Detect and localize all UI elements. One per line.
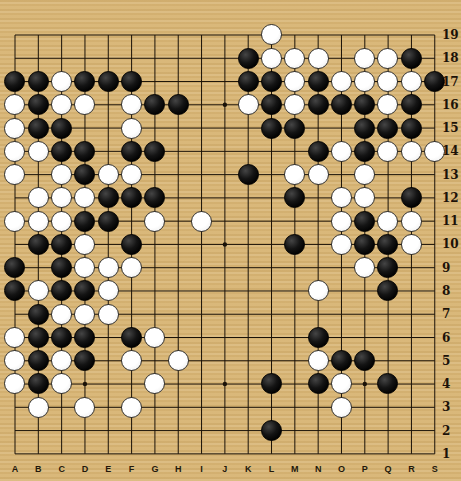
intersection-K4[interactable] — [236, 372, 259, 395]
intersection-C7[interactable] — [50, 303, 73, 326]
intersection-R9[interactable] — [400, 256, 423, 279]
intersection-H16[interactable] — [167, 93, 190, 116]
intersection-M19[interactable] — [283, 23, 306, 46]
intersection-L17[interactable] — [260, 70, 283, 93]
stone-black[interactable] — [4, 257, 25, 278]
stone-white[interactable] — [74, 397, 95, 418]
intersection-L19[interactable] — [260, 23, 283, 46]
intersection-N8[interactable] — [306, 279, 329, 302]
intersection-R11[interactable] — [400, 209, 423, 232]
intersection-F10[interactable] — [120, 233, 143, 256]
intersection-J5[interactable] — [213, 349, 236, 372]
intersection-D19[interactable] — [73, 23, 96, 46]
intersection-O9[interactable] — [330, 256, 353, 279]
stone-white[interactable] — [401, 211, 422, 232]
stone-black[interactable] — [401, 187, 422, 208]
stone-black[interactable] — [284, 118, 305, 139]
intersection-K5[interactable] — [236, 349, 259, 372]
stone-black[interactable] — [74, 71, 95, 92]
intersection-C3[interactable] — [50, 396, 73, 419]
intersection-L8[interactable] — [260, 279, 283, 302]
stone-white[interactable] — [331, 373, 352, 394]
intersection-O5[interactable] — [330, 349, 353, 372]
intersection-N15[interactable] — [306, 116, 329, 139]
stone-black[interactable] — [28, 94, 49, 115]
stone-white[interactable] — [51, 211, 72, 232]
stone-black[interactable] — [98, 71, 119, 92]
stone-white[interactable] — [308, 280, 329, 301]
intersection-G14[interactable] — [143, 140, 166, 163]
stone-white[interactable] — [401, 71, 422, 92]
intersection-R15[interactable] — [400, 116, 423, 139]
intersection-Q12[interactable] — [376, 186, 399, 209]
intersection-E10[interactable] — [97, 233, 120, 256]
stone-black[interactable] — [74, 211, 95, 232]
intersection-P11[interactable] — [353, 209, 376, 232]
stone-white[interactable] — [354, 257, 375, 278]
intersection-P15[interactable] — [353, 116, 376, 139]
intersection-N9[interactable] — [306, 256, 329, 279]
intersection-M7[interactable] — [283, 303, 306, 326]
intersection-P13[interactable] — [353, 163, 376, 186]
intersection-R1[interactable] — [400, 442, 423, 465]
intersection-N19[interactable] — [306, 23, 329, 46]
stone-white[interactable] — [51, 373, 72, 394]
intersection-K12[interactable] — [236, 186, 259, 209]
intersection-M6[interactable] — [283, 326, 306, 349]
intersection-C12[interactable] — [50, 186, 73, 209]
intersection-G16[interactable] — [143, 93, 166, 116]
intersection-I3[interactable] — [190, 396, 213, 419]
intersection-C11[interactable] — [50, 209, 73, 232]
intersection-E8[interactable] — [97, 279, 120, 302]
intersection-K9[interactable] — [236, 256, 259, 279]
stone-white[interactable] — [98, 257, 119, 278]
intersection-I8[interactable] — [190, 279, 213, 302]
stone-black[interactable] — [121, 234, 142, 255]
intersection-J13[interactable] — [213, 163, 236, 186]
stone-white[interactable] — [121, 350, 142, 371]
intersection-O12[interactable] — [330, 186, 353, 209]
intersection-A4[interactable] — [3, 372, 26, 395]
intersection-G17[interactable] — [143, 70, 166, 93]
stone-black[interactable] — [4, 280, 25, 301]
intersection-I17[interactable] — [190, 70, 213, 93]
intersection-N3[interactable] — [306, 396, 329, 419]
intersection-O11[interactable] — [330, 209, 353, 232]
intersection-K18[interactable] — [236, 47, 259, 70]
intersection-B1[interactable] — [27, 442, 50, 465]
intersection-J14[interactable] — [213, 140, 236, 163]
intersection-C2[interactable] — [50, 419, 73, 442]
stone-white[interactable] — [144, 211, 165, 232]
intersection-J10[interactable] — [213, 233, 236, 256]
stone-black[interactable] — [238, 48, 259, 69]
stone-white[interactable] — [74, 304, 95, 325]
intersection-J17[interactable] — [213, 70, 236, 93]
intersection-N16[interactable] — [306, 93, 329, 116]
stone-white[interactable] — [74, 257, 95, 278]
intersection-E6[interactable] — [97, 326, 120, 349]
stone-white[interactable] — [74, 187, 95, 208]
stone-white[interactable] — [261, 24, 282, 45]
intersection-J16[interactable] — [213, 93, 236, 116]
intersection-A1[interactable] — [3, 442, 26, 465]
intersection-N5[interactable] — [306, 349, 329, 372]
intersection-J12[interactable] — [213, 186, 236, 209]
intersection-I1[interactable] — [190, 442, 213, 465]
intersection-Q13[interactable] — [376, 163, 399, 186]
intersection-A2[interactable] — [3, 419, 26, 442]
intersection-P17[interactable] — [353, 70, 376, 93]
intersection-L7[interactable] — [260, 303, 283, 326]
intersection-N14[interactable] — [306, 140, 329, 163]
intersection-G5[interactable] — [143, 349, 166, 372]
stone-black[interactable] — [308, 141, 329, 162]
intersection-F19[interactable] — [120, 23, 143, 46]
stone-black[interactable] — [284, 187, 305, 208]
intersection-L5[interactable] — [260, 349, 283, 372]
stone-black[interactable] — [261, 373, 282, 394]
stone-black[interactable] — [98, 187, 119, 208]
intersection-H17[interactable] — [167, 70, 190, 93]
intersection-N12[interactable] — [306, 186, 329, 209]
intersection-P4[interactable] — [353, 372, 376, 395]
stone-white[interactable] — [4, 350, 25, 371]
stone-white[interactable] — [121, 164, 142, 185]
stone-white[interactable] — [238, 94, 259, 115]
intersection-E12[interactable] — [97, 186, 120, 209]
intersection-A3[interactable] — [3, 396, 26, 419]
intersection-K7[interactable] — [236, 303, 259, 326]
intersection-B18[interactable] — [27, 47, 50, 70]
intersection-D9[interactable] — [73, 256, 96, 279]
stone-black[interactable] — [331, 350, 352, 371]
intersection-O4[interactable] — [330, 372, 353, 395]
intersection-A8[interactable] — [3, 279, 26, 302]
stone-black[interactable] — [284, 234, 305, 255]
intersection-J8[interactable] — [213, 279, 236, 302]
intersection-O16[interactable] — [330, 93, 353, 116]
intersection-R5[interactable] — [400, 349, 423, 372]
stone-black[interactable] — [28, 350, 49, 371]
intersection-L14[interactable] — [260, 140, 283, 163]
intersection-D3[interactable] — [73, 396, 96, 419]
intersection-E11[interactable] — [97, 209, 120, 232]
intersection-F1[interactable] — [120, 442, 143, 465]
intersection-J18[interactable] — [213, 47, 236, 70]
intersection-R7[interactable] — [400, 303, 423, 326]
intersection-F6[interactable] — [120, 326, 143, 349]
stone-white[interactable] — [331, 71, 352, 92]
intersection-N18[interactable] — [306, 47, 329, 70]
intersection-F9[interactable] — [120, 256, 143, 279]
intersection-M13[interactable] — [283, 163, 306, 186]
intersection-O15[interactable] — [330, 116, 353, 139]
intersection-N7[interactable] — [306, 303, 329, 326]
intersection-Q19[interactable] — [376, 23, 399, 46]
intersection-B16[interactable] — [27, 93, 50, 116]
intersection-H10[interactable] — [167, 233, 190, 256]
intersection-H18[interactable] — [167, 47, 190, 70]
intersection-I15[interactable] — [190, 116, 213, 139]
intersection-D6[interactable] — [73, 326, 96, 349]
intersection-C16[interactable] — [50, 93, 73, 116]
intersection-Q14[interactable] — [376, 140, 399, 163]
intersection-Q7[interactable] — [376, 303, 399, 326]
intersection-N11[interactable] — [306, 209, 329, 232]
intersection-C19[interactable] — [50, 23, 73, 46]
intersection-E16[interactable] — [97, 93, 120, 116]
intersection-Q10[interactable] — [376, 233, 399, 256]
intersection-M9[interactable] — [283, 256, 306, 279]
stone-black[interactable] — [74, 141, 95, 162]
stone-black[interactable] — [238, 164, 259, 185]
stone-white[interactable] — [4, 141, 25, 162]
intersection-B4[interactable] — [27, 372, 50, 395]
intersection-A7[interactable] — [3, 303, 26, 326]
intersection-I19[interactable] — [190, 23, 213, 46]
stone-white[interactable] — [51, 71, 72, 92]
intersection-Q3[interactable] — [376, 396, 399, 419]
intersection-P7[interactable] — [353, 303, 376, 326]
stone-white[interactable] — [144, 373, 165, 394]
stone-black[interactable] — [51, 257, 72, 278]
intersection-F4[interactable] — [120, 372, 143, 395]
intersection-J15[interactable] — [213, 116, 236, 139]
stone-black[interactable] — [308, 94, 329, 115]
intersection-J3[interactable] — [213, 396, 236, 419]
intersection-K16[interactable] — [236, 93, 259, 116]
intersection-L1[interactable] — [260, 442, 283, 465]
stone-white[interactable] — [74, 234, 95, 255]
intersection-K1[interactable] — [236, 442, 259, 465]
stone-black[interactable] — [121, 327, 142, 348]
intersection-F12[interactable] — [120, 186, 143, 209]
intersection-E18[interactable] — [97, 47, 120, 70]
stone-white[interactable] — [28, 141, 49, 162]
stone-black[interactable] — [354, 211, 375, 232]
intersection-M14[interactable] — [283, 140, 306, 163]
intersection-B12[interactable] — [27, 186, 50, 209]
intersection-Q4[interactable] — [376, 372, 399, 395]
stone-black[interactable] — [28, 71, 49, 92]
intersection-A9[interactable] — [3, 256, 26, 279]
intersection-O1[interactable] — [330, 442, 353, 465]
intersection-L4[interactable] — [260, 372, 283, 395]
intersection-F16[interactable] — [120, 93, 143, 116]
intersection-I14[interactable] — [190, 140, 213, 163]
intersection-G13[interactable] — [143, 163, 166, 186]
intersection-D14[interactable] — [73, 140, 96, 163]
stone-white[interactable] — [4, 373, 25, 394]
intersection-F7[interactable] — [120, 303, 143, 326]
stone-black[interactable] — [354, 141, 375, 162]
intersection-F18[interactable] — [120, 47, 143, 70]
intersection-A15[interactable] — [3, 116, 26, 139]
stone-white[interactable] — [401, 141, 422, 162]
stone-black[interactable] — [377, 118, 398, 139]
intersection-H3[interactable] — [167, 396, 190, 419]
intersection-E14[interactable] — [97, 140, 120, 163]
intersection-G4[interactable] — [143, 372, 166, 395]
stone-black[interactable] — [51, 141, 72, 162]
intersection-F2[interactable] — [120, 419, 143, 442]
intersection-F14[interactable] — [120, 140, 143, 163]
stone-black[interactable] — [28, 373, 49, 394]
intersection-M5[interactable] — [283, 349, 306, 372]
intersection-P6[interactable] — [353, 326, 376, 349]
stone-black[interactable] — [4, 71, 25, 92]
intersection-C1[interactable] — [50, 442, 73, 465]
intersection-K8[interactable] — [236, 279, 259, 302]
stone-white[interactable] — [121, 257, 142, 278]
intersection-O2[interactable] — [330, 419, 353, 442]
intersection-Q11[interactable] — [376, 209, 399, 232]
intersection-J1[interactable] — [213, 442, 236, 465]
stone-black[interactable] — [74, 327, 95, 348]
intersection-I12[interactable] — [190, 186, 213, 209]
stone-white[interactable] — [401, 234, 422, 255]
intersection-F13[interactable] — [120, 163, 143, 186]
intersection-P18[interactable] — [353, 47, 376, 70]
intersection-C8[interactable] — [50, 279, 73, 302]
stone-white[interactable] — [168, 350, 189, 371]
intersection-R12[interactable] — [400, 186, 423, 209]
intersection-D15[interactable] — [73, 116, 96, 139]
stone-black[interactable] — [144, 94, 165, 115]
stone-black[interactable] — [121, 141, 142, 162]
intersection-B17[interactable] — [27, 70, 50, 93]
intersection-B10[interactable] — [27, 233, 50, 256]
intersection-P12[interactable] — [353, 186, 376, 209]
intersection-O19[interactable] — [330, 23, 353, 46]
intersection-H19[interactable] — [167, 23, 190, 46]
intersection-O8[interactable] — [330, 279, 353, 302]
intersection-E17[interactable] — [97, 70, 120, 93]
intersection-R10[interactable] — [400, 233, 423, 256]
stone-black[interactable] — [377, 373, 398, 394]
intersection-C10[interactable] — [50, 233, 73, 256]
stone-black[interactable] — [51, 118, 72, 139]
stone-white[interactable] — [354, 71, 375, 92]
intersection-N17[interactable] — [306, 70, 329, 93]
stone-white[interactable] — [377, 141, 398, 162]
intersection-L6[interactable] — [260, 326, 283, 349]
intersection-E5[interactable] — [97, 349, 120, 372]
stone-black[interactable] — [74, 164, 95, 185]
stone-white[interactable] — [51, 94, 72, 115]
stone-white[interactable] — [4, 164, 25, 185]
intersection-O18[interactable] — [330, 47, 353, 70]
intersection-R3[interactable] — [400, 396, 423, 419]
stone-white[interactable] — [284, 71, 305, 92]
intersection-K15[interactable] — [236, 116, 259, 139]
intersection-D4[interactable] — [73, 372, 96, 395]
stone-white[interactable] — [28, 187, 49, 208]
intersection-G7[interactable] — [143, 303, 166, 326]
stone-white[interactable] — [377, 94, 398, 115]
stone-white[interactable] — [28, 397, 49, 418]
intersection-H7[interactable] — [167, 303, 190, 326]
intersection-F8[interactable] — [120, 279, 143, 302]
intersection-A11[interactable] — [3, 209, 26, 232]
intersection-P8[interactable] — [353, 279, 376, 302]
intersection-L12[interactable] — [260, 186, 283, 209]
intersection-R4[interactable] — [400, 372, 423, 395]
stone-black[interactable] — [261, 420, 282, 441]
intersection-H2[interactable] — [167, 419, 190, 442]
stone-white[interactable] — [74, 94, 95, 115]
intersection-M15[interactable] — [283, 116, 306, 139]
intersection-H13[interactable] — [167, 163, 190, 186]
intersection-L2[interactable] — [260, 419, 283, 442]
intersection-H14[interactable] — [167, 140, 190, 163]
stone-white[interactable] — [51, 350, 72, 371]
intersection-B6[interactable] — [27, 326, 50, 349]
intersection-D17[interactable] — [73, 70, 96, 93]
intersection-O3[interactable] — [330, 396, 353, 419]
intersection-R8[interactable] — [400, 279, 423, 302]
stone-white[interactable] — [331, 211, 352, 232]
intersection-P1[interactable] — [353, 442, 376, 465]
intersection-D12[interactable] — [73, 186, 96, 209]
intersection-J6[interactable] — [213, 326, 236, 349]
stone-black[interactable] — [51, 234, 72, 255]
intersection-K6[interactable] — [236, 326, 259, 349]
stone-black[interactable] — [377, 280, 398, 301]
stone-white[interactable] — [284, 48, 305, 69]
intersection-Q6[interactable] — [376, 326, 399, 349]
intersection-P19[interactable] — [353, 23, 376, 46]
intersection-J11[interactable] — [213, 209, 236, 232]
stone-white[interactable] — [308, 350, 329, 371]
intersection-Q1[interactable] — [376, 442, 399, 465]
stone-white[interactable] — [377, 71, 398, 92]
intersection-L10[interactable] — [260, 233, 283, 256]
intersection-D5[interactable] — [73, 349, 96, 372]
intersection-K2[interactable] — [236, 419, 259, 442]
intersection-Q16[interactable] — [376, 93, 399, 116]
stone-white[interactable] — [51, 304, 72, 325]
intersection-I6[interactable] — [190, 326, 213, 349]
intersection-A18[interactable] — [3, 47, 26, 70]
stone-black[interactable] — [261, 71, 282, 92]
intersection-E7[interactable] — [97, 303, 120, 326]
intersection-K11[interactable] — [236, 209, 259, 232]
intersection-L15[interactable] — [260, 116, 283, 139]
intersection-C6[interactable] — [50, 326, 73, 349]
intersection-G6[interactable] — [143, 326, 166, 349]
stone-black[interactable] — [377, 234, 398, 255]
stone-black[interactable] — [354, 350, 375, 371]
stone-white[interactable] — [191, 211, 212, 232]
intersection-D11[interactable] — [73, 209, 96, 232]
intersection-G10[interactable] — [143, 233, 166, 256]
stone-white[interactable] — [51, 164, 72, 185]
stone-black[interactable] — [121, 187, 142, 208]
intersection-R17[interactable] — [400, 70, 423, 93]
intersection-N1[interactable] — [306, 442, 329, 465]
intersection-J4[interactable] — [213, 372, 236, 395]
stone-black[interactable] — [401, 118, 422, 139]
intersection-I10[interactable] — [190, 233, 213, 256]
intersection-K14[interactable] — [236, 140, 259, 163]
intersection-K19[interactable] — [236, 23, 259, 46]
intersection-H12[interactable] — [167, 186, 190, 209]
intersection-R18[interactable] — [400, 47, 423, 70]
intersection-M18[interactable] — [283, 47, 306, 70]
